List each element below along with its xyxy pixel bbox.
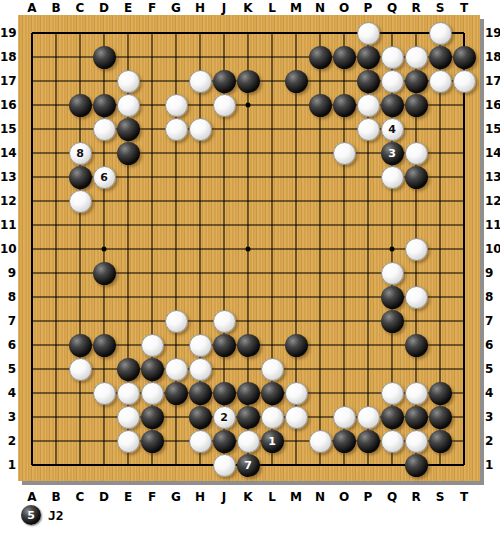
stone-E14 [117,142,140,165]
stone-T18 [453,46,476,69]
coord-label-top-K: K [243,1,252,15]
stone-R17 [405,70,428,93]
footer-move-note: 5 J2 [21,504,64,526]
stone-H2 [189,430,212,453]
coord-label-right-9: 9 [485,266,500,280]
stone-J7 [213,310,236,333]
stone-D9 [93,262,116,285]
stone-R6 [405,334,428,357]
stone-J2 [213,430,236,453]
coord-label-right-8: 8 [485,290,500,304]
stone-P16 [357,94,380,117]
coord-label-right-6: 6 [485,338,500,352]
stone-Q3 [381,406,404,429]
coord-label-left-1: 1 [0,458,16,472]
stone-Q2 [381,430,404,453]
stone-E4 [117,382,140,405]
stone-Q14: 3 [381,142,404,165]
stone-M17 [285,70,308,93]
coord-label-right-10: 10 [485,242,500,256]
stone-P2 [357,430,380,453]
coord-label-right-3: 3 [485,410,500,424]
stone-Q17 [381,70,404,93]
coord-label-top-C: C [76,1,85,15]
coord-label-bottom-Q: Q [387,490,397,504]
stone-L4 [261,382,284,405]
coord-label-top-L: L [268,1,276,15]
stone-F6 [141,334,164,357]
coord-label-left-5: 5 [0,362,16,376]
coord-label-bottom-O: O [339,490,349,504]
coord-label-top-N: N [315,1,325,15]
coord-label-left-12: 12 [0,194,16,208]
coord-label-left-15: 15 [0,122,16,136]
coord-label-left-6: 6 [0,338,16,352]
stone-L3 [261,406,284,429]
stone-F3 [141,406,164,429]
coord-label-right-17: 17 [485,74,500,88]
coord-label-left-3: 3 [0,410,16,424]
stone-R14 [405,142,428,165]
stone-J1 [213,454,236,477]
coord-label-left-17: 17 [0,74,16,88]
coord-label-bottom-P: P [364,490,373,504]
stone-F5 [141,358,164,381]
coord-label-top-M: M [290,1,302,15]
stone-F4 [141,382,164,405]
stone-M3 [285,406,308,429]
stone-E5 [117,358,140,381]
coord-label-right-5: 5 [485,362,500,376]
stone-J17 [213,70,236,93]
coord-label-top-E: E [124,1,132,15]
stone-O16 [333,94,356,117]
stone-E15 [117,118,140,141]
stone-H17 [189,70,212,93]
coord-label-bottom-H: H [195,490,205,504]
stone-E2 [117,430,140,453]
coord-label-left-8: 8 [0,290,16,304]
coord-label-top-B: B [51,1,60,15]
stone-S19 [429,22,452,45]
stone-C13 [69,166,92,189]
stone-O14 [333,142,356,165]
coord-label-bottom-R: R [411,490,420,504]
coord-label-top-G: G [171,1,181,15]
coord-label-right-4: 4 [485,386,500,400]
coord-label-bottom-M: M [290,490,302,504]
stone-D18 [93,46,116,69]
coord-label-right-16: 16 [485,98,500,112]
coord-label-bottom-T: T [460,490,468,504]
coord-label-right-14: 14 [485,146,500,160]
coord-label-left-4: 4 [0,386,16,400]
stone-F2 [141,430,164,453]
stone-T17 [453,70,476,93]
coord-label-top-P: P [364,1,373,15]
stone-J4 [213,382,236,405]
stone-Q16 [381,94,404,117]
coord-label-bottom-F: F [148,490,156,504]
stone-K1: 7 [237,454,260,477]
stone-D6 [93,334,116,357]
coord-label-left-7: 7 [0,314,16,328]
coord-label-right-12: 12 [485,194,500,208]
stone-S18 [429,46,452,69]
stone-P19 [357,22,380,45]
stone-E17 [117,70,140,93]
coord-label-right-2: 2 [485,434,500,448]
stone-C5 [69,358,92,381]
kifu-page: AABBCCDDEEFFGGHHJJKKLLMMNNOOPPQQRRSSTT19… [0,0,500,537]
stone-K3 [237,406,260,429]
stone-G7 [165,310,188,333]
stone-R8 [405,286,428,309]
coord-label-left-18: 18 [0,50,16,64]
stone-K4 [237,382,260,405]
stone-S4 [429,382,452,405]
stone-Q7 [381,310,404,333]
coord-label-left-16: 16 [0,98,16,112]
coord-label-bottom-E: E [124,490,132,504]
stone-R4 [405,382,428,405]
stone-H3 [189,406,212,429]
coord-label-top-F: F [148,1,156,15]
stone-K2 [237,430,260,453]
stone-R18 [405,46,428,69]
stone-R16 [405,94,428,117]
stone-P3 [357,406,380,429]
stone-G5 [165,358,188,381]
stone-J6 [213,334,236,357]
stone-N18 [309,46,332,69]
coord-label-bottom-K: K [243,490,252,504]
coord-label-bottom-S: S [436,490,445,504]
stone-E16 [117,94,140,117]
stone-H4 [189,382,212,405]
move-note-number: 5 [27,509,35,522]
coord-label-left-10: 10 [0,242,16,256]
stone-L2: 1 [261,430,284,453]
coord-label-top-D: D [99,1,109,15]
coord-label-top-Q: Q [387,1,397,15]
stone-H6 [189,334,212,357]
coord-label-bottom-G: G [171,490,181,504]
coord-label-left-13: 13 [0,170,16,184]
coord-label-right-13: 13 [485,170,500,184]
coord-label-right-18: 18 [485,50,500,64]
stone-D4 [93,382,116,405]
stone-R13 [405,166,428,189]
coord-label-top-J: J [222,1,226,15]
stone-R1 [405,454,428,477]
stone-K17 [237,70,260,93]
stone-M4 [285,382,308,405]
coord-label-top-T: T [460,1,468,15]
stone-S17 [429,70,452,93]
stone-Q8 [381,286,404,309]
stone-S3 [429,406,452,429]
coord-label-bottom-A: A [27,490,36,504]
stone-R3 [405,406,428,429]
coord-label-bottom-D: D [99,490,109,504]
coord-label-bottom-J: J [222,490,226,504]
coord-label-top-S: S [436,1,445,15]
stone-G16 [165,94,188,117]
stone-D15 [93,118,116,141]
coord-label-right-1: 1 [485,458,500,472]
stone-C12 [69,190,92,213]
move-note-point: J2 [48,508,64,523]
stone-J3: 2 [213,406,236,429]
stone-G4 [165,382,188,405]
stone-H5 [189,358,212,381]
stone-Q9 [381,262,404,285]
coord-label-left-11: 11 [0,218,16,232]
coord-label-left-14: 14 [0,146,16,160]
stone-C6 [69,334,92,357]
stone-C16 [69,94,92,117]
stone-Q13 [381,166,404,189]
stone-D16 [93,94,116,117]
stone-R2 [405,430,428,453]
stone-C14: 8 [69,142,92,165]
stone-N16 [309,94,332,117]
coord-label-left-2: 2 [0,434,16,448]
coord-label-bottom-C: C [76,490,85,504]
stone-L5 [261,358,284,381]
coord-label-bottom-N: N [315,490,325,504]
stone-M6 [285,334,308,357]
coord-label-left-9: 9 [0,266,16,280]
stone-O18 [333,46,356,69]
stone-G15 [165,118,188,141]
stone-P17 [357,70,380,93]
coord-label-right-15: 15 [485,122,500,136]
stone-K6 [237,334,260,357]
stone-Q15: 4 [381,118,404,141]
coord-label-right-7: 7 [485,314,500,328]
stone-O2 [333,430,356,453]
coord-label-top-H: H [195,1,205,15]
coord-label-bottom-L: L [268,490,276,504]
coord-label-top-R: R [411,1,420,15]
coord-label-top-O: O [339,1,349,15]
stone-P18 [357,46,380,69]
stone-Q18 [381,46,404,69]
stone-S2 [429,430,452,453]
stone-J16 [213,94,236,117]
coord-label-right-19: 19 [485,26,500,40]
stone-D13: 6 [93,166,116,189]
stone-O3 [333,406,356,429]
stone-Q4 [381,382,404,405]
stone-P15 [357,118,380,141]
coord-label-right-11: 11 [485,218,500,232]
stone-H15 [189,118,212,141]
move-note-stone: 5 [21,505,41,525]
stone-E3 [117,406,140,429]
stone-R10 [405,238,428,261]
stone-N2 [309,430,332,453]
coord-label-top-A: A [27,1,36,15]
coord-label-bottom-B: B [51,490,60,504]
coord-label-left-19: 19 [0,26,16,40]
